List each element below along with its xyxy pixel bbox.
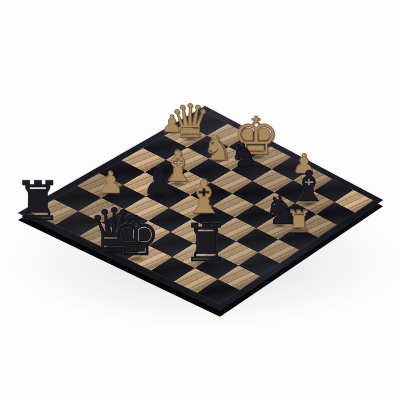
chess-piece-black-pawn[interactable]: ♟ [142,162,176,200]
chess-piece-black-rook[interactable]: ♜ [183,217,230,269]
chess-piece-tan-pawn[interactable]: ♟ [98,168,125,198]
chess-set-photo: ♚♛♞♟♟♝♝♜♟♚♛♜♜♝♞♞♟ [0,0,400,400]
chess-piece-tan-rook[interactable]: ♜ [286,207,313,237]
chess-piece-black-knight[interactable]: ♞ [230,139,259,171]
chess-piece-black-rook[interactable]: ♜ [14,175,62,229]
chess-piece-tan-knight[interactable]: ♞ [203,131,233,165]
chess-piece-black-king[interactable]: ♚ [112,210,160,264]
